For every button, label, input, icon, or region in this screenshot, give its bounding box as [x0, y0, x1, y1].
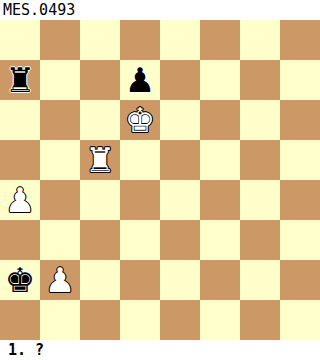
square-g7[interactable] [240, 60, 280, 100]
square-c2[interactable] [80, 260, 120, 300]
square-e7[interactable] [160, 60, 200, 100]
square-h5[interactable] [280, 140, 320, 180]
square-h3[interactable] [280, 220, 320, 260]
chess-puzzle-window: MES.0493 ♜♟♚♜♟♚♟ 1. ? [0, 0, 320, 360]
square-c5[interactable]: ♜ [80, 140, 120, 180]
square-e6[interactable] [160, 100, 200, 140]
square-b3[interactable] [40, 220, 80, 260]
square-e3[interactable] [160, 220, 200, 260]
square-c7[interactable] [80, 60, 120, 100]
square-b2[interactable]: ♟ [40, 260, 80, 300]
square-a7[interactable]: ♜ [0, 60, 40, 100]
piece-white-pawn-b2: ♟ [45, 260, 75, 300]
square-e4[interactable] [160, 180, 200, 220]
square-a3[interactable] [0, 220, 40, 260]
square-d5[interactable] [120, 140, 160, 180]
square-g4[interactable] [240, 180, 280, 220]
square-c4[interactable] [80, 180, 120, 220]
square-c8[interactable] [80, 20, 120, 60]
square-b8[interactable] [40, 20, 80, 60]
square-h7[interactable] [280, 60, 320, 100]
square-g1[interactable] [240, 300, 280, 340]
square-c6[interactable] [80, 100, 120, 140]
square-g2[interactable] [240, 260, 280, 300]
square-d1[interactable] [120, 300, 160, 340]
square-a8[interactable] [0, 20, 40, 60]
square-c3[interactable] [80, 220, 120, 260]
square-h4[interactable] [280, 180, 320, 220]
square-d8[interactable] [120, 20, 160, 60]
diagram-title: MES.0493 [0, 0, 320, 20]
square-h8[interactable] [280, 20, 320, 60]
square-b6[interactable] [40, 100, 80, 140]
square-a5[interactable] [0, 140, 40, 180]
square-b7[interactable] [40, 60, 80, 100]
square-d6[interactable]: ♚ [120, 100, 160, 140]
square-a2[interactable]: ♚ [0, 260, 40, 300]
piece-black-rook-a7: ♜ [5, 60, 35, 100]
square-a6[interactable] [0, 100, 40, 140]
square-f7[interactable] [200, 60, 240, 100]
square-d7[interactable]: ♟ [120, 60, 160, 100]
square-f6[interactable] [200, 100, 240, 140]
piece-white-rook-c5: ♜ [85, 140, 115, 180]
square-f1[interactable] [200, 300, 240, 340]
square-e1[interactable] [160, 300, 200, 340]
square-b1[interactable] [40, 300, 80, 340]
square-g8[interactable] [240, 20, 280, 60]
square-h6[interactable] [280, 100, 320, 140]
square-e5[interactable] [160, 140, 200, 180]
square-b5[interactable] [40, 140, 80, 180]
chess-board: ♜♟♚♜♟♚♟ [0, 20, 320, 340]
square-g6[interactable] [240, 100, 280, 140]
square-f3[interactable] [200, 220, 240, 260]
piece-white-pawn-a4: ♟ [5, 180, 35, 220]
square-h2[interactable] [280, 260, 320, 300]
square-f4[interactable] [200, 180, 240, 220]
square-f2[interactable] [200, 260, 240, 300]
square-e2[interactable] [160, 260, 200, 300]
square-f8[interactable] [200, 20, 240, 60]
square-d4[interactable] [120, 180, 160, 220]
square-c1[interactable] [80, 300, 120, 340]
square-h1[interactable] [280, 300, 320, 340]
square-a1[interactable] [0, 300, 40, 340]
square-g3[interactable] [240, 220, 280, 260]
move-prompt: 1. ? [0, 340, 320, 360]
square-e8[interactable] [160, 20, 200, 60]
square-a4[interactable]: ♟ [0, 180, 40, 220]
piece-white-king-d6: ♚ [125, 100, 155, 140]
piece-black-pawn-d7: ♟ [125, 60, 155, 100]
piece-black-king-a2: ♚ [5, 260, 35, 300]
square-d2[interactable] [120, 260, 160, 300]
square-f5[interactable] [200, 140, 240, 180]
square-g5[interactable] [240, 140, 280, 180]
square-d3[interactable] [120, 220, 160, 260]
square-b4[interactable] [40, 180, 80, 220]
